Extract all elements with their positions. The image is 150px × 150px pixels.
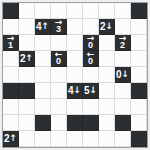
cell-r4c0[interactable] xyxy=(3,67,19,83)
cell-r7c1[interactable] xyxy=(19,115,35,131)
cell-r3c8[interactable] xyxy=(131,51,147,67)
puzzle-board: 4↑→32↓→1→0→22↑←0←00↓4↓5↓2↑ xyxy=(2,2,148,148)
cell-r5c6[interactable] xyxy=(99,83,115,99)
cell-r8c1[interactable] xyxy=(19,131,35,147)
cell-r8c2[interactable] xyxy=(35,131,51,147)
cell-r4c8[interactable] xyxy=(131,67,147,83)
cell-r0c2[interactable] xyxy=(35,3,51,19)
cell-r0c1[interactable] xyxy=(19,3,35,19)
clue-number: 0 xyxy=(56,57,61,66)
cell-r6c0[interactable] xyxy=(3,99,19,115)
cell-r5c2[interactable] xyxy=(35,83,51,99)
clue-arrow-up-icon: ↑ xyxy=(42,19,50,34)
cell-r4c1[interactable] xyxy=(19,67,35,83)
cell-r1c2[interactable]: 4↑ xyxy=(35,19,51,35)
cell-r2c1[interactable] xyxy=(19,35,35,51)
cell-r8c6[interactable] xyxy=(99,131,115,147)
cell-r4c6[interactable] xyxy=(99,67,115,83)
clue-arrow-up-icon: ↑ xyxy=(10,131,18,146)
cell-r0c7[interactable] xyxy=(115,3,131,19)
cell-r5c0[interactable] xyxy=(3,83,19,99)
cell-r7c7[interactable] xyxy=(115,115,131,131)
cell-r1c3[interactable]: →3 xyxy=(51,19,67,35)
cell-r3c5[interactable]: ←0 xyxy=(83,51,99,67)
cell-r2c0[interactable]: →1 xyxy=(3,35,19,51)
cell-r8c7[interactable] xyxy=(115,131,131,147)
cell-r4c4[interactable] xyxy=(67,67,83,83)
cell-r3c7[interactable] xyxy=(115,51,131,67)
cell-r5c8[interactable] xyxy=(131,83,147,99)
cell-r3c1[interactable]: 2↑ xyxy=(19,51,35,67)
cell-r0c4[interactable] xyxy=(67,3,83,19)
clue-arrow-down-icon: ↓ xyxy=(106,19,114,34)
cell-r7c5[interactable] xyxy=(83,115,99,131)
cell-r0c6[interactable] xyxy=(99,3,115,19)
cell-r6c2[interactable] xyxy=(35,99,51,115)
cell-r6c1[interactable] xyxy=(19,99,35,115)
cell-r6c8[interactable] xyxy=(131,99,147,115)
cell-r7c6[interactable] xyxy=(99,115,115,131)
cell-r0c5[interactable] xyxy=(83,3,99,19)
cell-r6c7[interactable] xyxy=(115,99,131,115)
cell-r2c4[interactable] xyxy=(67,35,83,51)
cell-r1c1[interactable] xyxy=(19,19,35,35)
cell-r2c2[interactable] xyxy=(35,35,51,51)
cell-r7c3[interactable] xyxy=(51,115,67,131)
cell-r5c5[interactable]: 5↓ xyxy=(83,83,99,99)
cell-r5c1[interactable] xyxy=(19,83,35,99)
cell-r6c5[interactable] xyxy=(83,99,99,115)
cell-r8c0[interactable]: 2↑ xyxy=(3,131,19,147)
cell-r3c0[interactable] xyxy=(3,51,19,67)
cell-r8c4[interactable] xyxy=(67,131,83,147)
cell-r0c0[interactable] xyxy=(3,3,19,19)
cell-r1c4[interactable] xyxy=(67,19,83,35)
cell-r4c3[interactable] xyxy=(51,67,67,83)
clue-number: 1 xyxy=(8,41,13,50)
cell-r8c8[interactable] xyxy=(131,131,147,147)
cell-r7c8[interactable] xyxy=(131,115,147,131)
cell-r1c8[interactable] xyxy=(131,19,147,35)
clue-arrow-down-icon: ↓ xyxy=(74,83,82,98)
cell-r5c3[interactable] xyxy=(51,83,67,99)
cell-r5c4[interactable]: 4↓ xyxy=(67,83,83,99)
cell-r1c6[interactable]: 2↓ xyxy=(99,19,115,35)
cell-r5c7[interactable] xyxy=(115,83,131,99)
clue-arrow-down-icon: ↓ xyxy=(122,67,130,82)
clue-number: 3 xyxy=(56,25,61,34)
cell-r7c0[interactable] xyxy=(3,115,19,131)
cell-r4c7[interactable]: 0↓ xyxy=(115,67,131,83)
cell-r6c3[interactable] xyxy=(51,99,67,115)
clue-arrow-up-icon: ↑ xyxy=(26,51,34,66)
cell-r3c4[interactable] xyxy=(67,51,83,67)
clue-number: 0 xyxy=(88,57,93,66)
cell-r8c5[interactable] xyxy=(83,131,99,147)
cell-r2c8[interactable] xyxy=(131,35,147,51)
clue-arrow-down-icon: ↓ xyxy=(90,83,98,98)
cell-r6c4[interactable] xyxy=(67,99,83,115)
cell-r4c2[interactable] xyxy=(35,67,51,83)
cell-r4c5[interactable] xyxy=(83,67,99,83)
cell-r8c3[interactable] xyxy=(51,131,67,147)
cell-r0c8[interactable] xyxy=(131,3,147,19)
cell-r3c6[interactable] xyxy=(99,51,115,67)
clue-number: 2 xyxy=(120,41,125,50)
cell-r3c3[interactable]: ←0 xyxy=(51,51,67,67)
cell-r6c6[interactable] xyxy=(99,99,115,115)
cell-r2c6[interactable] xyxy=(99,35,115,51)
cell-r3c2[interactable] xyxy=(35,51,51,67)
cell-r7c4[interactable] xyxy=(67,115,83,131)
cell-r7c2[interactable] xyxy=(35,115,51,131)
cell-r2c7[interactable]: →2 xyxy=(115,35,131,51)
